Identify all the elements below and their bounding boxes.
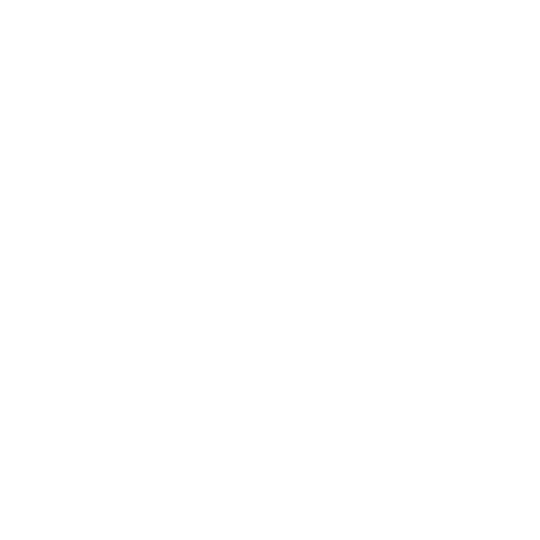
checkers-board-photo xyxy=(0,0,540,540)
board-scene xyxy=(0,0,540,540)
